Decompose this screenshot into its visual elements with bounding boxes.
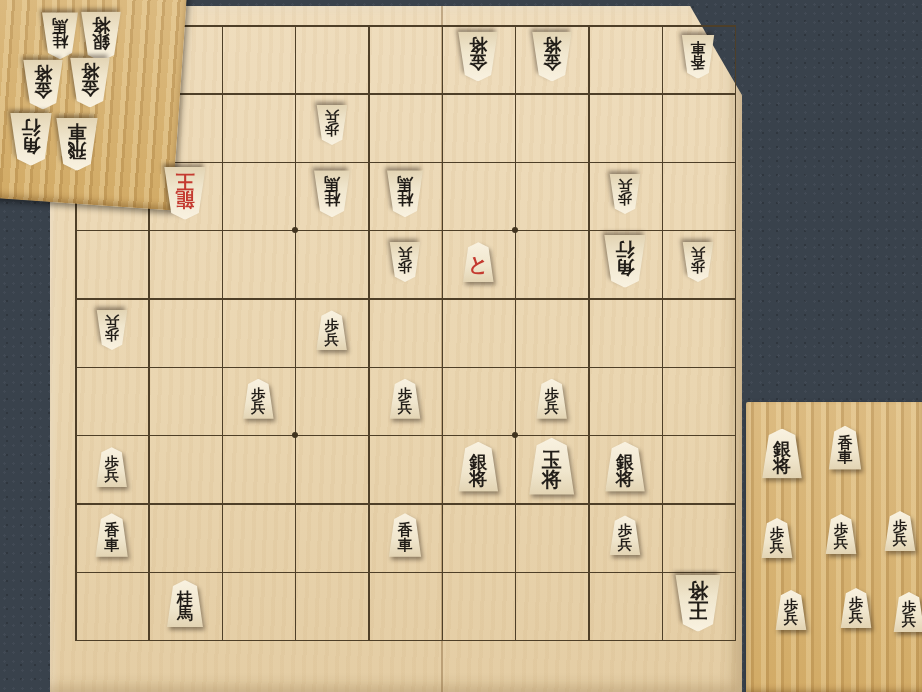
piece-kanji: 角行 [602, 235, 648, 288]
hand-piece-pawn[interactable]: 歩兵 [824, 514, 858, 554]
piece-kanji: 歩兵 [315, 310, 349, 350]
grid-line-vertical [662, 25, 664, 640]
grid-line-horizontal [75, 640, 736, 642]
piece-silver-2g[interactable]: 銀将 [603, 442, 647, 492]
piece-king-3g[interactable]: 玉将 [527, 438, 577, 495]
piece-pawn-1d[interactable]: 歩兵 [681, 242, 715, 282]
hand-piece-gold[interactable]: 金将 [21, 60, 65, 110]
grid-line-vertical [588, 25, 590, 640]
piece-pawn-9e[interactable]: 歩兵 [95, 310, 129, 350]
hand-piece-knight[interactable]: 桂馬 [40, 12, 80, 59]
piece-gold-3a[interactable]: 金将 [530, 32, 574, 82]
piece-kanji: 歩兵 [241, 379, 275, 419]
piece-kanji: 歩兵 [95, 310, 129, 350]
hand-piece-bishop[interactable]: 角行 [8, 113, 54, 166]
piece-tokin-4d[interactable]: と [461, 242, 495, 282]
piece-silver-4g[interactable]: 銀将 [456, 442, 500, 492]
piece-kanji: 香車 [827, 426, 863, 470]
piece-kanji: 金将 [530, 32, 574, 82]
piece-pawn-5d[interactable]: 歩兵 [388, 242, 422, 282]
piece-kanji: 桂馬 [385, 170, 425, 217]
hand-piece-pawn[interactable]: 歩兵 [883, 511, 917, 551]
hoshi-star-point [292, 432, 298, 438]
piece-kanji: と [461, 242, 495, 282]
piece-kanji: 桂馬 [312, 170, 352, 217]
piece-kanji: 王将 [673, 574, 723, 631]
hoshi-star-point [512, 227, 518, 233]
piece-pawn-2h[interactable]: 歩兵 [608, 515, 642, 555]
grid-line-horizontal [75, 572, 736, 574]
hoshi-star-point [512, 432, 518, 438]
piece-kanji: 歩兵 [774, 590, 808, 630]
grid-line-vertical [515, 25, 517, 640]
piece-kanji: 歩兵 [315, 105, 349, 145]
piece-gold-4a[interactable]: 金将 [456, 32, 500, 82]
piece-kanji: 歩兵 [608, 174, 642, 214]
hand-piece-silver[interactable]: 銀将 [760, 429, 804, 479]
piece-dragon-8c[interactable]: 龍王 [162, 167, 208, 220]
grid-line-vertical [222, 25, 224, 640]
piece-lance-5h[interactable]: 香車 [387, 513, 423, 557]
piece-kanji: 歩兵 [388, 242, 422, 282]
grid-line-horizontal [75, 230, 736, 232]
hand-piece-pawn[interactable]: 歩兵 [774, 590, 808, 630]
piece-kanji: 歩兵 [681, 242, 715, 282]
piece-pawn-2c[interactable]: 歩兵 [608, 174, 642, 214]
piece-pawn-9g[interactable]: 歩兵 [95, 447, 129, 487]
piece-kanji: 歩兵 [892, 592, 922, 632]
hand-piece-pawn[interactable]: 歩兵 [892, 592, 922, 632]
piece-kanji: 銀将 [603, 442, 647, 492]
piece-kanji: 香車 [680, 35, 716, 79]
piece-kanji: 金将 [456, 32, 500, 82]
grid-line-vertical [295, 25, 297, 640]
hand-piece-lance[interactable]: 香車 [827, 426, 863, 470]
piece-kanji: 金将 [21, 60, 65, 110]
piece-pawn-3f[interactable]: 歩兵 [535, 379, 569, 419]
piece-lance-1a[interactable]: 香車 [680, 35, 716, 79]
piece-kanji: 歩兵 [839, 588, 873, 628]
hand-piece-gold[interactable]: 金将 [68, 58, 112, 108]
grid-line-vertical [368, 25, 370, 640]
piece-kanji: 銀将 [79, 12, 123, 62]
piece-kanji: 銀将 [760, 429, 804, 479]
piece-knight-5c[interactable]: 桂馬 [385, 170, 425, 217]
piece-kanji: 歩兵 [883, 511, 917, 551]
hand-piece-pawn[interactable]: 歩兵 [760, 518, 794, 558]
piece-kanji: 歩兵 [388, 379, 422, 419]
piece-kanji: 金将 [68, 58, 112, 108]
piece-lance-9h[interactable]: 香車 [94, 513, 130, 557]
hand-piece-pawn[interactable]: 歩兵 [839, 588, 873, 628]
piece-kanji: 玉将 [527, 438, 577, 495]
piece-pawn-5f[interactable]: 歩兵 [388, 379, 422, 419]
piece-bishop-2d[interactable]: 角行 [602, 235, 648, 288]
piece-pawn-7f[interactable]: 歩兵 [241, 379, 275, 419]
grid-line-vertical [735, 25, 737, 640]
shogi-scene: 金将金将香車歩兵龍王桂馬桂馬歩兵歩兵と角行歩兵歩兵歩兵歩兵歩兵歩兵歩兵銀将玉将銀… [0, 0, 922, 692]
grid-line-horizontal [75, 298, 736, 300]
piece-knight-6c[interactable]: 桂馬 [312, 170, 352, 217]
grid-line-horizontal [75, 435, 736, 437]
piece-kanji: 龍王 [162, 167, 208, 220]
piece-kanji: 香車 [387, 513, 423, 557]
piece-kanji: 歩兵 [535, 379, 569, 419]
piece-kanji: 角行 [8, 113, 54, 166]
piece-kanji: 歩兵 [608, 515, 642, 555]
piece-kanji: 飛車 [54, 118, 100, 171]
piece-king-1i[interactable]: 王将 [673, 574, 723, 631]
hand-piece-silver[interactable]: 銀将 [79, 12, 123, 62]
piece-kanji: 歩兵 [95, 447, 129, 487]
hand-piece-rook[interactable]: 飛車 [54, 118, 100, 171]
piece-pawn-6e[interactable]: 歩兵 [315, 310, 349, 350]
piece-kanji: 歩兵 [824, 514, 858, 554]
grid-line-horizontal [75, 367, 736, 369]
grid-line-vertical [442, 25, 444, 640]
grid-line-horizontal [75, 503, 736, 505]
piece-kanji: 歩兵 [760, 518, 794, 558]
piece-pawn-6b[interactable]: 歩兵 [315, 105, 349, 145]
hoshi-star-point [292, 227, 298, 233]
piece-kanji: 銀将 [456, 442, 500, 492]
piece-kanji: 桂馬 [165, 580, 205, 627]
piece-knight-8i[interactable]: 桂馬 [165, 580, 205, 627]
piece-kanji: 桂馬 [40, 12, 80, 59]
piece-kanji: 香車 [94, 513, 130, 557]
